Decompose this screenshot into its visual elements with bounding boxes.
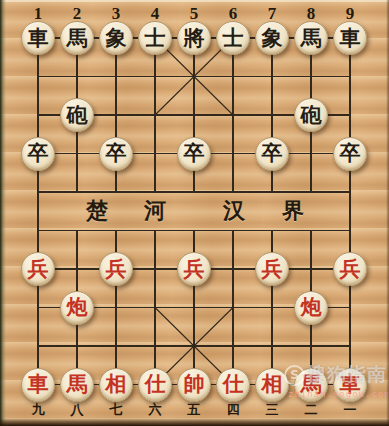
piece-glyph: 仕 [223,374,244,395]
piece-black-soldier[interactable]: 卒 [255,137,289,171]
piece-glyph: 兵 [28,259,49,280]
piece-glyph: 將 [184,28,205,49]
piece-black-advisor[interactable]: 士 [138,21,172,55]
piece-glyph: 兵 [184,259,205,280]
piece-glyph: 士 [145,28,166,49]
piece-glyph: 仕 [145,374,166,395]
piece-glyph: 相 [106,374,127,395]
piece-black-soldier[interactable]: 卒 [99,137,133,171]
board-grid-lines [0,0,389,426]
piece-red-cannon[interactable]: 炮 [294,291,328,325]
piece-glyph: 炮 [67,297,88,318]
piece-red-soldier[interactable]: 兵 [99,252,133,286]
file-label-bottom-4: 六 [149,401,162,419]
piece-red-chariot[interactable]: 車 [333,368,367,402]
piece-glyph: 車 [340,374,361,395]
piece-glyph: 馬 [67,374,88,395]
piece-glyph: 卒 [106,143,127,164]
piece-black-soldier[interactable]: 卒 [333,137,367,171]
piece-red-soldier[interactable]: 兵 [255,252,289,286]
piece-red-soldier[interactable]: 兵 [21,252,55,286]
piece-red-elephant[interactable]: 相 [99,368,133,402]
piece-red-advisor[interactable]: 仕 [138,368,172,402]
piece-black-soldier[interactable]: 卒 [177,137,211,171]
piece-glyph: 兵 [340,259,361,280]
piece-glyph: 兵 [262,259,283,280]
piece-red-elephant[interactable]: 相 [255,368,289,402]
piece-glyph: 車 [28,374,49,395]
piece-red-soldier[interactable]: 兵 [333,252,367,286]
piece-red-general[interactable]: 帥 [177,368,211,402]
piece-glyph: 兵 [106,259,127,280]
piece-black-elephant[interactable]: 象 [99,21,133,55]
piece-glyph: 士 [223,28,244,49]
file-label-bottom-1: 九 [32,401,45,419]
piece-black-general[interactable]: 將 [177,21,211,55]
piece-glyph: 相 [262,374,283,395]
piece-red-horse[interactable]: 馬 [60,368,94,402]
piece-black-horse[interactable]: 馬 [60,21,94,55]
file-label-bottom-2: 八 [71,401,84,419]
file-label-bottom-8: 二 [305,401,318,419]
piece-glyph: 炮 [301,297,322,318]
file-label-bottom-9: 一 [344,401,357,419]
piece-black-soldier[interactable]: 卒 [21,137,55,171]
piece-black-cannon[interactable]: 砲 [60,98,94,132]
river-char-han: 汉 [223,196,245,226]
piece-black-cannon[interactable]: 砲 [294,98,328,132]
piece-glyph: 馬 [301,374,322,395]
piece-red-cannon[interactable]: 炮 [60,291,94,325]
piece-glyph: 象 [106,28,127,49]
piece-black-elephant[interactable]: 象 [255,21,289,55]
river-char-chu: 楚 [86,196,108,226]
file-label-bottom-6: 四 [227,401,240,419]
piece-red-advisor[interactable]: 仕 [216,368,250,402]
piece-glyph: 卒 [28,143,49,164]
piece-black-chariot[interactable]: 車 [21,21,55,55]
piece-glyph: 車 [340,28,361,49]
piece-red-soldier[interactable]: 兵 [177,252,211,286]
piece-glyph: 帥 [184,374,205,395]
piece-glyph: 砲 [301,105,322,126]
piece-black-advisor[interactable]: 士 [216,21,250,55]
file-label-bottom-5: 五 [188,401,201,419]
file-label-bottom-7: 三 [266,401,279,419]
piece-red-horse[interactable]: 馬 [294,368,328,402]
piece-glyph: 卒 [262,143,283,164]
piece-glyph: 卒 [340,143,361,164]
piece-black-horse[interactable]: 馬 [294,21,328,55]
piece-glyph: 砲 [67,105,88,126]
piece-glyph: 象 [262,28,283,49]
piece-glyph: 卒 [184,143,205,164]
river-char-he: 河 [144,196,166,226]
piece-glyph: 車 [28,28,49,49]
piece-black-chariot[interactable]: 車 [333,21,367,55]
xiangqi-board: 123456789 九八七六五四三二一 楚 河 汉 界 車馬象士將士象馬車砲砲卒… [0,0,389,426]
piece-glyph: 馬 [301,28,322,49]
piece-glyph: 馬 [67,28,88,49]
piece-red-chariot[interactable]: 車 [21,368,55,402]
file-label-bottom-3: 七 [110,401,123,419]
river-char-jie: 界 [282,196,304,226]
